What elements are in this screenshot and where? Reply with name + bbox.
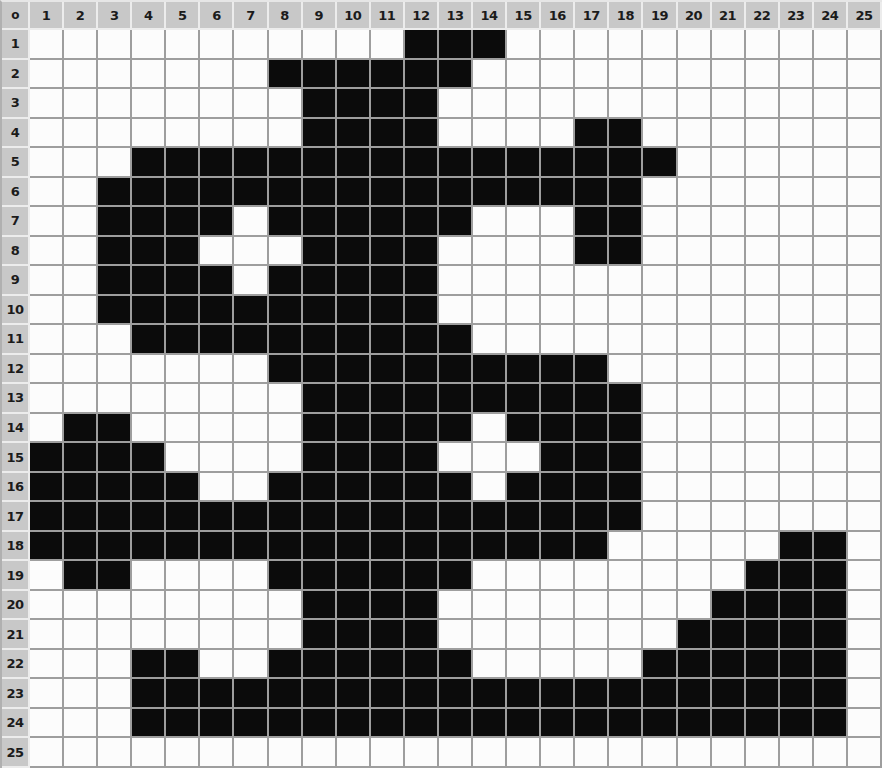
cell-r21c23[interactable] [780, 620, 814, 650]
cell-r20c20[interactable] [678, 591, 712, 621]
cell-r22c13[interactable] [439, 650, 473, 680]
cell-r5c1[interactable] [30, 148, 64, 178]
cell-r18c8[interactable] [269, 532, 303, 562]
cell-r7c7[interactable] [234, 207, 268, 237]
cell-r8c15[interactable] [507, 237, 541, 267]
cell-r10c23[interactable] [780, 296, 814, 326]
cell-r3c9[interactable] [303, 89, 337, 119]
cell-r13c21[interactable] [712, 384, 746, 414]
cell-r2c25[interactable] [848, 60, 882, 90]
cell-r25c15[interactable] [507, 738, 541, 768]
cell-r15c8[interactable] [269, 443, 303, 473]
cell-r21c3[interactable] [98, 620, 132, 650]
cell-r9c18[interactable] [609, 266, 643, 296]
cell-r17c23[interactable] [780, 502, 814, 532]
cell-r5c25[interactable] [848, 148, 882, 178]
cell-r4c4[interactable] [132, 119, 166, 149]
cell-r14c3[interactable] [98, 414, 132, 444]
cell-r5c12[interactable] [405, 148, 439, 178]
cell-r23c3[interactable] [98, 679, 132, 709]
cell-r4c10[interactable] [337, 119, 371, 149]
cell-r5c23[interactable] [780, 148, 814, 178]
cell-r3c10[interactable] [337, 89, 371, 119]
cell-r11c8[interactable] [269, 325, 303, 355]
cell-r3c21[interactable] [712, 89, 746, 119]
cell-r14c13[interactable] [439, 414, 473, 444]
cell-r21c14[interactable] [473, 620, 507, 650]
cell-r9c21[interactable] [712, 266, 746, 296]
cell-r2c22[interactable] [746, 60, 780, 90]
cell-r7c2[interactable] [64, 207, 98, 237]
cell-r17c2[interactable] [64, 502, 98, 532]
cell-r17c18[interactable] [609, 502, 643, 532]
cell-r22c6[interactable] [200, 650, 234, 680]
cell-r15c6[interactable] [200, 443, 234, 473]
cell-r14c4[interactable] [132, 414, 166, 444]
cell-r17c9[interactable] [303, 502, 337, 532]
cell-r4c16[interactable] [541, 119, 575, 149]
cell-r7c11[interactable] [371, 207, 405, 237]
cell-r13c23[interactable] [780, 384, 814, 414]
cell-r18c10[interactable] [337, 532, 371, 562]
cell-r11c22[interactable] [746, 325, 780, 355]
cell-r14c14[interactable] [473, 414, 507, 444]
cell-r9c1[interactable] [30, 266, 64, 296]
cell-r6c19[interactable] [643, 178, 677, 208]
cell-r1c8[interactable] [269, 30, 303, 60]
cell-r4c7[interactable] [234, 119, 268, 149]
cell-r1c3[interactable] [98, 30, 132, 60]
cell-r1c9[interactable] [303, 30, 337, 60]
cell-r12c15[interactable] [507, 355, 541, 385]
cell-r15c10[interactable] [337, 443, 371, 473]
cell-r17c16[interactable] [541, 502, 575, 532]
cell-r24c21[interactable] [712, 709, 746, 739]
cell-r7c14[interactable] [473, 207, 507, 237]
cell-r9c13[interactable] [439, 266, 473, 296]
cell-r4c5[interactable] [166, 119, 200, 149]
cell-r1c23[interactable] [780, 30, 814, 60]
cell-r17c25[interactable] [848, 502, 882, 532]
cell-r10c7[interactable] [234, 296, 268, 326]
cell-r11c24[interactable] [814, 325, 848, 355]
cell-r3c15[interactable] [507, 89, 541, 119]
cell-r7c3[interactable] [98, 207, 132, 237]
cell-r22c5[interactable] [166, 650, 200, 680]
cell-r1c19[interactable] [643, 30, 677, 60]
cell-r19c15[interactable] [507, 561, 541, 591]
cell-r21c6[interactable] [200, 620, 234, 650]
cell-r21c2[interactable] [64, 620, 98, 650]
cell-r7c10[interactable] [337, 207, 371, 237]
cell-r12c2[interactable] [64, 355, 98, 385]
cell-r20c1[interactable] [30, 591, 64, 621]
cell-r13c7[interactable] [234, 384, 268, 414]
cell-r10c17[interactable] [575, 296, 609, 326]
cell-r1c22[interactable] [746, 30, 780, 60]
cell-r18c7[interactable] [234, 532, 268, 562]
cell-r18c23[interactable] [780, 532, 814, 562]
cell-r4c21[interactable] [712, 119, 746, 149]
cell-r17c7[interactable] [234, 502, 268, 532]
cell-r14c7[interactable] [234, 414, 268, 444]
cell-r4c23[interactable] [780, 119, 814, 149]
cell-r1c16[interactable] [541, 30, 575, 60]
cell-r21c11[interactable] [371, 620, 405, 650]
cell-r3c7[interactable] [234, 89, 268, 119]
cell-r1c15[interactable] [507, 30, 541, 60]
cell-r8c1[interactable] [30, 237, 64, 267]
cell-r17c17[interactable] [575, 502, 609, 532]
cell-r14c19[interactable] [643, 414, 677, 444]
cell-r6c7[interactable] [234, 178, 268, 208]
cell-r2c8[interactable] [269, 60, 303, 90]
cell-r13c2[interactable] [64, 384, 98, 414]
cell-r4c22[interactable] [746, 119, 780, 149]
cell-r2c5[interactable] [166, 60, 200, 90]
cell-r25c17[interactable] [575, 738, 609, 768]
cell-r8c14[interactable] [473, 237, 507, 267]
cell-r22c2[interactable] [64, 650, 98, 680]
cell-r2c15[interactable] [507, 60, 541, 90]
cell-r14c6[interactable] [200, 414, 234, 444]
cell-r4c3[interactable] [98, 119, 132, 149]
cell-r14c21[interactable] [712, 414, 746, 444]
cell-r18c3[interactable] [98, 532, 132, 562]
cell-r4c9[interactable] [303, 119, 337, 149]
cell-r14c15[interactable] [507, 414, 541, 444]
cell-r14c18[interactable] [609, 414, 643, 444]
cell-r4c2[interactable] [64, 119, 98, 149]
cell-r10c6[interactable] [200, 296, 234, 326]
cell-r2c7[interactable] [234, 60, 268, 90]
cell-r6c25[interactable] [848, 178, 882, 208]
cell-r10c16[interactable] [541, 296, 575, 326]
cell-r2c19[interactable] [643, 60, 677, 90]
cell-r21c4[interactable] [132, 620, 166, 650]
cell-r20c3[interactable] [98, 591, 132, 621]
cell-r10c14[interactable] [473, 296, 507, 326]
cell-r13c16[interactable] [541, 384, 575, 414]
cell-r4c17[interactable] [575, 119, 609, 149]
cell-r17c5[interactable] [166, 502, 200, 532]
cell-r2c1[interactable] [30, 60, 64, 90]
cell-r17c24[interactable] [814, 502, 848, 532]
cell-r17c4[interactable] [132, 502, 166, 532]
cell-r19c18[interactable] [609, 561, 643, 591]
cell-r17c20[interactable] [678, 502, 712, 532]
cell-r17c15[interactable] [507, 502, 541, 532]
cell-r24c8[interactable] [269, 709, 303, 739]
cell-r5c17[interactable] [575, 148, 609, 178]
cell-r2c10[interactable] [337, 60, 371, 90]
cell-r22c21[interactable] [712, 650, 746, 680]
cell-r6c21[interactable] [712, 178, 746, 208]
cell-r3c13[interactable] [439, 89, 473, 119]
cell-r13c15[interactable] [507, 384, 541, 414]
cell-r9c8[interactable] [269, 266, 303, 296]
cell-r6c20[interactable] [678, 178, 712, 208]
cell-r14c1[interactable] [30, 414, 64, 444]
cell-r19c12[interactable] [405, 561, 439, 591]
cell-r7c13[interactable] [439, 207, 473, 237]
cell-r20c15[interactable] [507, 591, 541, 621]
cell-r23c19[interactable] [643, 679, 677, 709]
cell-r12c12[interactable] [405, 355, 439, 385]
cell-r11c14[interactable] [473, 325, 507, 355]
cell-r6c5[interactable] [166, 178, 200, 208]
cell-r8c11[interactable] [371, 237, 405, 267]
cell-r6c23[interactable] [780, 178, 814, 208]
cell-r6c11[interactable] [371, 178, 405, 208]
cell-r23c17[interactable] [575, 679, 609, 709]
cell-r7c23[interactable] [780, 207, 814, 237]
cell-r10c12[interactable] [405, 296, 439, 326]
cell-r18c4[interactable] [132, 532, 166, 562]
cell-r11c2[interactable] [64, 325, 98, 355]
cell-r6c8[interactable] [269, 178, 303, 208]
cell-r12c16[interactable] [541, 355, 575, 385]
cell-r11c16[interactable] [541, 325, 575, 355]
cell-r20c13[interactable] [439, 591, 473, 621]
cell-r25c9[interactable] [303, 738, 337, 768]
cell-r15c15[interactable] [507, 443, 541, 473]
cell-r12c5[interactable] [166, 355, 200, 385]
cell-r18c24[interactable] [814, 532, 848, 562]
cell-r23c20[interactable] [678, 679, 712, 709]
cell-r24c23[interactable] [780, 709, 814, 739]
cell-r7c22[interactable] [746, 207, 780, 237]
cell-r5c16[interactable] [541, 148, 575, 178]
cell-r9c10[interactable] [337, 266, 371, 296]
cell-r2c16[interactable] [541, 60, 575, 90]
cell-r23c15[interactable] [507, 679, 541, 709]
cell-r20c5[interactable] [166, 591, 200, 621]
cell-r14c17[interactable] [575, 414, 609, 444]
cell-r17c22[interactable] [746, 502, 780, 532]
cell-r16c14[interactable] [473, 473, 507, 503]
cell-r3c20[interactable] [678, 89, 712, 119]
cell-r22c8[interactable] [269, 650, 303, 680]
cell-r11c15[interactable] [507, 325, 541, 355]
cell-r25c1[interactable] [30, 738, 64, 768]
cell-r24c17[interactable] [575, 709, 609, 739]
cell-r17c6[interactable] [200, 502, 234, 532]
cell-r1c25[interactable] [848, 30, 882, 60]
cell-r8c2[interactable] [64, 237, 98, 267]
cell-r11c9[interactable] [303, 325, 337, 355]
cell-r5c13[interactable] [439, 148, 473, 178]
cell-r13c20[interactable] [678, 384, 712, 414]
cell-r8c7[interactable] [234, 237, 268, 267]
cell-r23c8[interactable] [269, 679, 303, 709]
cell-r1c2[interactable] [64, 30, 98, 60]
cell-r21c20[interactable] [678, 620, 712, 650]
cell-r20c25[interactable] [848, 591, 882, 621]
cell-r1c20[interactable] [678, 30, 712, 60]
cell-r3c18[interactable] [609, 89, 643, 119]
cell-r2c11[interactable] [371, 60, 405, 90]
cell-r16c1[interactable] [30, 473, 64, 503]
cell-r2c4[interactable] [132, 60, 166, 90]
cell-r6c12[interactable] [405, 178, 439, 208]
cell-r22c25[interactable] [848, 650, 882, 680]
cell-r11c18[interactable] [609, 325, 643, 355]
cell-r1c6[interactable] [200, 30, 234, 60]
cell-r9c14[interactable] [473, 266, 507, 296]
cell-r18c22[interactable] [746, 532, 780, 562]
cell-r2c17[interactable] [575, 60, 609, 90]
cell-r25c23[interactable] [780, 738, 814, 768]
cell-r22c22[interactable] [746, 650, 780, 680]
cell-r16c23[interactable] [780, 473, 814, 503]
cell-r2c13[interactable] [439, 60, 473, 90]
cell-r24c11[interactable] [371, 709, 405, 739]
cell-r12c24[interactable] [814, 355, 848, 385]
cell-r2c2[interactable] [64, 60, 98, 90]
cell-r1c13[interactable] [439, 30, 473, 60]
cell-r8c5[interactable] [166, 237, 200, 267]
cell-r16c4[interactable] [132, 473, 166, 503]
cell-r13c5[interactable] [166, 384, 200, 414]
cell-r23c5[interactable] [166, 679, 200, 709]
cell-r25c6[interactable] [200, 738, 234, 768]
cell-r13c19[interactable] [643, 384, 677, 414]
cell-r12c11[interactable] [371, 355, 405, 385]
cell-r25c21[interactable] [712, 738, 746, 768]
cell-r19c22[interactable] [746, 561, 780, 591]
cell-r9c22[interactable] [746, 266, 780, 296]
cell-r17c10[interactable] [337, 502, 371, 532]
cell-r24c19[interactable] [643, 709, 677, 739]
cell-r18c16[interactable] [541, 532, 575, 562]
cell-r10c25[interactable] [848, 296, 882, 326]
cell-r16c13[interactable] [439, 473, 473, 503]
cell-r6c6[interactable] [200, 178, 234, 208]
cell-r24c15[interactable] [507, 709, 541, 739]
cell-r6c10[interactable] [337, 178, 371, 208]
cell-r24c4[interactable] [132, 709, 166, 739]
cell-r20c8[interactable] [269, 591, 303, 621]
cell-r5c19[interactable] [643, 148, 677, 178]
cell-r13c1[interactable] [30, 384, 64, 414]
cell-r6c22[interactable] [746, 178, 780, 208]
cell-r8c17[interactable] [575, 237, 609, 267]
cell-r10c1[interactable] [30, 296, 64, 326]
cell-r6c24[interactable] [814, 178, 848, 208]
cell-r5c2[interactable] [64, 148, 98, 178]
cell-r19c25[interactable] [848, 561, 882, 591]
cell-r24c18[interactable] [609, 709, 643, 739]
cell-r19c11[interactable] [371, 561, 405, 591]
cell-r24c1[interactable] [30, 709, 64, 739]
cell-r21c22[interactable] [746, 620, 780, 650]
cell-r10c18[interactable] [609, 296, 643, 326]
cell-r8c6[interactable] [200, 237, 234, 267]
cell-r19c14[interactable] [473, 561, 507, 591]
cell-r15c3[interactable] [98, 443, 132, 473]
cell-r24c3[interactable] [98, 709, 132, 739]
cell-r5c15[interactable] [507, 148, 541, 178]
cell-r18c19[interactable] [643, 532, 677, 562]
cell-r8c21[interactable] [712, 237, 746, 267]
cell-r10c2[interactable] [64, 296, 98, 326]
cell-r6c14[interactable] [473, 178, 507, 208]
cell-r10c24[interactable] [814, 296, 848, 326]
cell-r2c18[interactable] [609, 60, 643, 90]
cell-r18c11[interactable] [371, 532, 405, 562]
cell-r24c9[interactable] [303, 709, 337, 739]
cell-r21c13[interactable] [439, 620, 473, 650]
cell-r4c14[interactable] [473, 119, 507, 149]
cell-r16c20[interactable] [678, 473, 712, 503]
cell-r16c16[interactable] [541, 473, 575, 503]
cell-r18c17[interactable] [575, 532, 609, 562]
cell-r23c7[interactable] [234, 679, 268, 709]
cell-r23c24[interactable] [814, 679, 848, 709]
cell-r14c24[interactable] [814, 414, 848, 444]
cell-r23c11[interactable] [371, 679, 405, 709]
cell-r11c1[interactable] [30, 325, 64, 355]
cell-r10c13[interactable] [439, 296, 473, 326]
cell-r1c4[interactable] [132, 30, 166, 60]
cell-r16c18[interactable] [609, 473, 643, 503]
cell-r9c3[interactable] [98, 266, 132, 296]
cell-r13c12[interactable] [405, 384, 439, 414]
cell-r15c13[interactable] [439, 443, 473, 473]
cell-r17c13[interactable] [439, 502, 473, 532]
cell-r16c10[interactable] [337, 473, 371, 503]
cell-r20c18[interactable] [609, 591, 643, 621]
cell-r11c3[interactable] [98, 325, 132, 355]
cell-r3c22[interactable] [746, 89, 780, 119]
cell-r23c18[interactable] [609, 679, 643, 709]
cell-r23c6[interactable] [200, 679, 234, 709]
cell-r22c23[interactable] [780, 650, 814, 680]
cell-r9c6[interactable] [200, 266, 234, 296]
cell-r7c25[interactable] [848, 207, 882, 237]
cell-r5c6[interactable] [200, 148, 234, 178]
cell-r21c25[interactable] [848, 620, 882, 650]
cell-r11c19[interactable] [643, 325, 677, 355]
cell-r5c7[interactable] [234, 148, 268, 178]
cell-r23c16[interactable] [541, 679, 575, 709]
cell-r12c18[interactable] [609, 355, 643, 385]
cell-r23c25[interactable] [848, 679, 882, 709]
cell-r2c21[interactable] [712, 60, 746, 90]
cell-r19c5[interactable] [166, 561, 200, 591]
cell-r9c19[interactable] [643, 266, 677, 296]
cell-r13c9[interactable] [303, 384, 337, 414]
cell-r15c2[interactable] [64, 443, 98, 473]
cell-r15c12[interactable] [405, 443, 439, 473]
cell-r7c12[interactable] [405, 207, 439, 237]
cell-r14c16[interactable] [541, 414, 575, 444]
cell-r24c14[interactable] [473, 709, 507, 739]
cell-r22c7[interactable] [234, 650, 268, 680]
cell-r3c6[interactable] [200, 89, 234, 119]
cell-r10c21[interactable] [712, 296, 746, 326]
cell-r16c11[interactable] [371, 473, 405, 503]
cell-r3c19[interactable] [643, 89, 677, 119]
cell-r5c24[interactable] [814, 148, 848, 178]
cell-r19c6[interactable] [200, 561, 234, 591]
cell-r24c25[interactable] [848, 709, 882, 739]
cell-r12c7[interactable] [234, 355, 268, 385]
cell-r9c24[interactable] [814, 266, 848, 296]
cell-r12c10[interactable] [337, 355, 371, 385]
cell-r12c3[interactable] [98, 355, 132, 385]
